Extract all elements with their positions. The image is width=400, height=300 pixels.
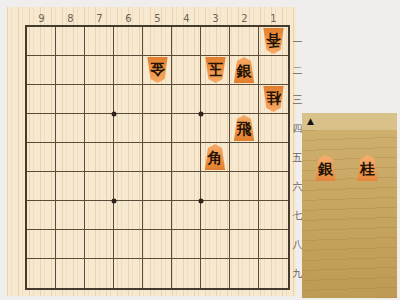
board-square[interactable] [143, 172, 172, 201]
board-square[interactable] [114, 56, 143, 85]
shogi-app-page: 987654321 一二三四五六七八九 香金玉銀桂飛角 ▲ 銀桂 [0, 0, 400, 300]
piece-kanji: 銀 [237, 61, 252, 79]
board-square[interactable] [201, 114, 230, 143]
board-square[interactable] [56, 230, 85, 259]
board-square[interactable] [172, 114, 201, 143]
shogi-piece-銀[interactable]: 銀 [233, 57, 256, 83]
piece-stand-tray: 銀桂 [302, 130, 397, 298]
board-square[interactable] [259, 230, 288, 259]
board-square[interactable]: 香 [259, 27, 288, 56]
board-square[interactable] [143, 259, 172, 288]
board-square[interactable] [114, 172, 143, 201]
board-square[interactable] [230, 201, 259, 230]
board-square[interactable] [172, 230, 201, 259]
board-square[interactable] [27, 259, 56, 288]
board-square[interactable] [27, 85, 56, 114]
sente-marker-icon: ▲ [302, 113, 397, 126]
board-square[interactable] [172, 143, 201, 172]
piece-kanji: 玉 [208, 61, 223, 79]
piece-kanji: 金 [150, 61, 165, 79]
file-label: 4 [172, 13, 201, 25]
board-square[interactable] [27, 230, 56, 259]
board-square[interactable] [172, 56, 201, 85]
board-square[interactable] [56, 143, 85, 172]
board-square[interactable] [201, 230, 230, 259]
board-grid: 香金玉銀桂飛角 [25, 25, 290, 290]
board-square[interactable] [56, 259, 85, 288]
board-square[interactable] [27, 143, 56, 172]
file-label: 2 [230, 13, 259, 25]
board-square[interactable] [27, 201, 56, 230]
rank-label: 一 [290, 27, 305, 56]
sente-piece-stand: ▲ 銀桂 [302, 113, 397, 298]
shogi-piece-香[interactable]: 香 [262, 28, 285, 54]
board-square[interactable] [27, 172, 56, 201]
piece-kanji: 角 [208, 148, 223, 166]
board-square[interactable] [230, 172, 259, 201]
board-square[interactable] [56, 114, 85, 143]
board-square[interactable] [85, 27, 114, 56]
board-square[interactable] [56, 172, 85, 201]
piece-kanji: 飛 [237, 119, 252, 137]
star-point [112, 199, 117, 204]
board-square[interactable] [230, 85, 259, 114]
board-square[interactable] [172, 172, 201, 201]
board-square[interactable] [143, 143, 172, 172]
board-square[interactable] [85, 114, 114, 143]
board-square[interactable] [56, 27, 85, 56]
board-square[interactable] [143, 114, 172, 143]
star-point [199, 112, 204, 117]
board-square[interactable] [201, 27, 230, 56]
file-label: 7 [85, 13, 114, 25]
board-square[interactable] [172, 27, 201, 56]
board-square[interactable]: 飛 [230, 114, 259, 143]
board-square[interactable] [201, 259, 230, 288]
file-label: 5 [143, 13, 172, 25]
board-square[interactable] [230, 143, 259, 172]
star-point [199, 199, 204, 204]
board-square[interactable] [114, 114, 143, 143]
board-square[interactable] [143, 27, 172, 56]
board-square[interactable] [230, 230, 259, 259]
piece-kanji: 銀 [318, 159, 333, 177]
board-square[interactable] [259, 172, 288, 201]
board-square[interactable] [259, 201, 288, 230]
board-square[interactable] [27, 27, 56, 56]
board-square[interactable] [85, 172, 114, 201]
board-square[interactable] [114, 230, 143, 259]
board-square[interactable] [172, 85, 201, 114]
board-square[interactable] [27, 114, 56, 143]
board-square[interactable] [259, 56, 288, 85]
shogi-piece-飛[interactable]: 飛 [233, 115, 256, 141]
board-square[interactable] [172, 259, 201, 288]
piece-stand-header: ▲ [302, 113, 397, 130]
piece-kanji: 桂 [360, 159, 375, 177]
hand-piece-銀[interactable]: 銀 [314, 155, 337, 181]
board-square[interactable] [143, 201, 172, 230]
board-square[interactable] [201, 172, 230, 201]
file-label: 3 [201, 13, 230, 25]
file-label: 8 [56, 13, 85, 25]
board-square[interactable]: 桂 [259, 85, 288, 114]
file-label: 6 [114, 13, 143, 25]
board-square[interactable] [114, 201, 143, 230]
star-point [112, 112, 117, 117]
board-square[interactable] [27, 56, 56, 85]
shogi-board: 987654321 一二三四五六七八九 香金玉銀桂飛角 [7, 7, 296, 296]
file-label: 9 [27, 13, 56, 25]
board-square[interactable] [85, 230, 114, 259]
board-square[interactable] [201, 85, 230, 114]
board-square[interactable] [85, 143, 114, 172]
board-square[interactable] [259, 259, 288, 288]
board-square[interactable] [85, 56, 114, 85]
shogi-piece-角[interactable]: 角 [204, 144, 227, 170]
board-square[interactable] [114, 85, 143, 114]
board-square[interactable]: 銀 [230, 56, 259, 85]
board-square[interactable] [259, 114, 288, 143]
file-coordinate-labels: 987654321 [27, 13, 288, 25]
shogi-piece-玉[interactable]: 玉 [204, 57, 227, 83]
board-square[interactable] [56, 56, 85, 85]
rank-label: 二 [290, 56, 305, 85]
shogi-piece-金[interactable]: 金 [146, 57, 169, 83]
piece-kanji: 桂 [266, 90, 281, 108]
shogi-piece-桂[interactable]: 桂 [262, 86, 285, 112]
file-label: 1 [259, 13, 288, 25]
board-square[interactable] [172, 201, 201, 230]
board-square[interactable] [56, 85, 85, 114]
board-square[interactable] [230, 27, 259, 56]
board-square[interactable] [85, 259, 114, 288]
board-square[interactable] [85, 201, 114, 230]
board-square[interactable] [143, 230, 172, 259]
hand-piece-桂[interactable]: 桂 [356, 155, 379, 181]
piece-kanji: 香 [266, 32, 281, 50]
board-square[interactable] [85, 85, 114, 114]
board-square[interactable] [143, 85, 172, 114]
board-square[interactable] [230, 259, 259, 288]
board-square[interactable]: 角 [201, 143, 230, 172]
board-square[interactable]: 玉 [201, 56, 230, 85]
rank-label: 三 [290, 85, 305, 114]
board-square[interactable] [114, 143, 143, 172]
board-square[interactable] [114, 27, 143, 56]
board-square[interactable] [114, 259, 143, 288]
board-square[interactable] [201, 201, 230, 230]
board-square[interactable] [259, 143, 288, 172]
board-square[interactable] [56, 201, 85, 230]
board-square[interactable]: 金 [143, 56, 172, 85]
